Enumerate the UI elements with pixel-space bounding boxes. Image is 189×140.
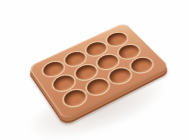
product-photo-scene [0,0,189,140]
